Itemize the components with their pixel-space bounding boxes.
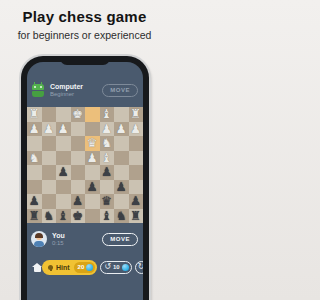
black-knight: ♞ (43, 210, 54, 222)
home-icon[interactable] (32, 263, 42, 272)
black-queen: ♛ (101, 195, 112, 207)
board-square[interactable]: ♟ (85, 151, 100, 166)
board-square[interactable]: ♟ (42, 122, 57, 137)
board-square[interactable] (129, 180, 144, 195)
board-square[interactable] (56, 136, 71, 151)
opponent-level: Beginner (50, 91, 83, 98)
board-square[interactable]: ♝ (100, 151, 115, 166)
board-square[interactable]: ♞ (114, 209, 129, 224)
game-toolbar: Hint 20 ↺ 10 ↻ (27, 258, 143, 276)
board-square[interactable]: ♟ (129, 122, 144, 137)
board-square[interactable] (114, 107, 129, 122)
player-avatar (31, 231, 47, 247)
white-pawn: ♟ (29, 123, 40, 135)
board-square[interactable] (42, 136, 57, 151)
board-square[interactable] (27, 136, 42, 151)
board-square[interactable] (71, 180, 86, 195)
board-square[interactable]: ♟ (114, 122, 129, 137)
black-pawn: ♟ (116, 181, 127, 193)
board-square[interactable]: ♟ (129, 194, 144, 209)
board-square[interactable] (27, 165, 42, 180)
black-pawn: ♟ (130, 195, 141, 207)
board-square[interactable] (85, 107, 100, 122)
board-square[interactable]: ♝ (56, 209, 71, 224)
black-pawn: ♟ (29, 195, 40, 207)
board-square[interactable] (42, 107, 57, 122)
board-square[interactable]: ♛ (85, 136, 100, 151)
board-square[interactable]: ♜ (129, 107, 144, 122)
board-square[interactable]: ♟ (100, 165, 115, 180)
board-square[interactable]: ♞ (42, 209, 57, 224)
board-square[interactable]: ♞ (100, 136, 115, 151)
robot-avatar (31, 82, 45, 98)
board-square[interactable] (129, 136, 144, 151)
bulb-icon (48, 265, 53, 270)
board-square[interactable] (42, 180, 57, 195)
board-square[interactable] (42, 151, 57, 166)
chess-board: ♜♚♝♜♟♟♟♟♟♟♛♞♞♟♝♟♟♟♟♟♟♛♟♜♞♝♚♝♞♜ (27, 107, 143, 223)
opponent-bar: Computer Beginner MOVE (27, 76, 143, 104)
board-square[interactable] (85, 209, 100, 224)
black-knight: ♞ (116, 210, 127, 222)
board-square[interactable] (27, 180, 42, 195)
redo-icon: ↻ (138, 263, 143, 271)
white-rook: ♜ (29, 108, 40, 120)
phone-screen: Computer Beginner MOVE ♜♚♝♜♟♟♟♟♟♟♛♞♞♟♝♟♟… (27, 62, 143, 300)
board-square[interactable] (71, 136, 86, 151)
undo-icon: ↺ (104, 263, 111, 271)
board-square[interactable] (56, 180, 71, 195)
player-status: 0:15 (52, 240, 65, 247)
phone-mockup: Computer Beginner MOVE ♜♚♝♜♟♟♟♟♟♟♛♞♞♟♝♟♟… (21, 56, 149, 300)
white-pawn: ♟ (87, 152, 98, 164)
white-pawn: ♟ (101, 123, 112, 135)
white-bishop: ♝ (101, 108, 112, 120)
board-square[interactable] (71, 122, 86, 137)
board-square[interactable]: ♟ (100, 122, 115, 137)
white-knight: ♞ (29, 152, 40, 164)
player-name: You (52, 232, 65, 240)
board-square[interactable] (56, 107, 71, 122)
board-square[interactable] (129, 165, 144, 180)
black-rook: ♜ (130, 210, 141, 222)
black-king: ♚ (72, 210, 83, 222)
board-square[interactable]: ♜ (27, 209, 42, 224)
hint-cost-value: 20 (78, 264, 85, 270)
board-square[interactable] (56, 194, 71, 209)
board-square[interactable] (85, 165, 100, 180)
hint-cost-badge: 20 (74, 262, 96, 273)
white-pawn: ♟ (116, 123, 127, 135)
board-square[interactable]: ♚ (71, 209, 86, 224)
board-square[interactable]: ♟ (27, 194, 42, 209)
board-square[interactable]: ♝ (100, 209, 115, 224)
board-square[interactable]: ♟ (56, 165, 71, 180)
black-pawn: ♟ (87, 181, 98, 193)
black-rook: ♜ (29, 210, 40, 222)
board-square[interactable] (114, 136, 129, 151)
board-square[interactable] (71, 151, 86, 166)
redo-button[interactable]: ↻ (135, 261, 143, 274)
board-square[interactable] (129, 151, 144, 166)
phone-notch (60, 56, 110, 65)
white-pawn: ♟ (130, 123, 141, 135)
board-square[interactable] (114, 165, 129, 180)
undo-cost-value: 10 (113, 264, 120, 270)
board-square[interactable] (56, 151, 71, 166)
promo-title: Play chess game (0, 8, 169, 25)
black-pawn: ♟ (101, 166, 112, 178)
board-square[interactable]: ♟ (85, 180, 100, 195)
board-square[interactable]: ♚ (71, 107, 86, 122)
board-square[interactable] (114, 151, 129, 166)
gem-icon (122, 264, 129, 271)
white-pawn: ♟ (58, 123, 69, 135)
board-square[interactable]: ♟ (71, 194, 86, 209)
board-square[interactable] (42, 165, 57, 180)
promo-subtitle: for beginners or experienced (0, 29, 169, 41)
undo-button[interactable]: ↺ 10 (100, 261, 131, 274)
white-knight: ♞ (101, 137, 112, 149)
player-bar: You 0:15 MOVE (27, 225, 143, 253)
hint-button[interactable]: Hint 20 (42, 260, 97, 275)
board-square[interactable] (85, 122, 100, 137)
board-square[interactable]: ♟ (114, 180, 129, 195)
board-square[interactable] (100, 180, 115, 195)
white-bishop: ♝ (101, 152, 112, 164)
player-move-button[interactable]: MOVE (102, 233, 138, 246)
board-square[interactable]: ♟ (56, 122, 71, 137)
board-square[interactable]: ♛ (100, 194, 115, 209)
promo-header: Play chess game for beginners or experie… (0, 8, 169, 41)
board-square[interactable] (71, 165, 86, 180)
player-info: You 0:15 (52, 232, 65, 247)
hint-label: Hint (56, 264, 70, 271)
board-square[interactable] (42, 194, 57, 209)
white-queen: ♛ (87, 137, 98, 149)
white-king: ♚ (72, 108, 83, 120)
board-square[interactable]: ♟ (27, 122, 42, 137)
board-square[interactable]: ♜ (27, 107, 42, 122)
white-pawn: ♟ (43, 123, 54, 135)
black-bishop: ♝ (58, 210, 69, 222)
board-square[interactable]: ♞ (27, 151, 42, 166)
black-pawn: ♟ (72, 195, 83, 207)
white-rook: ♜ (130, 108, 141, 120)
opponent-move-button[interactable]: MOVE (102, 84, 138, 97)
opponent-info: Computer Beginner (50, 83, 83, 98)
gem-icon (86, 264, 93, 271)
app-promo-screenshot: { "header": { "title": "Play chess game"… (0, 0, 169, 300)
board-square[interactable]: ♝ (100, 107, 115, 122)
board-square[interactable]: ♜ (129, 209, 144, 224)
black-bishop: ♝ (101, 210, 112, 222)
opponent-name: Computer (50, 83, 83, 91)
board-square[interactable] (85, 194, 100, 209)
black-pawn: ♟ (58, 166, 69, 178)
board-square[interactable] (114, 194, 129, 209)
